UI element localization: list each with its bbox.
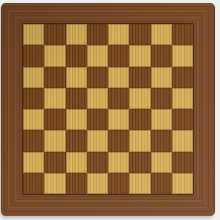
square-c7[interactable] — [66, 45, 87, 66]
square-f1[interactable] — [129, 173, 150, 194]
square-d6[interactable] — [87, 67, 108, 88]
square-a1[interactable] — [23, 173, 44, 194]
chess-board — [1, 3, 215, 216]
square-e4[interactable] — [108, 109, 129, 130]
square-c2[interactable] — [66, 152, 87, 173]
square-c6[interactable] — [66, 67, 87, 88]
square-h7[interactable] — [172, 45, 193, 66]
square-g3[interactable] — [151, 130, 172, 151]
square-d2[interactable] — [87, 152, 108, 173]
square-c4[interactable] — [66, 109, 87, 130]
square-d3[interactable] — [87, 130, 108, 151]
square-h1[interactable] — [172, 173, 193, 194]
square-e3[interactable] — [108, 130, 129, 151]
square-e8[interactable] — [108, 24, 129, 45]
board-grid — [23, 24, 193, 194]
square-f7[interactable] — [129, 45, 150, 66]
square-b7[interactable] — [44, 45, 65, 66]
square-g4[interactable] — [151, 109, 172, 130]
square-d5[interactable] — [87, 88, 108, 109]
square-g2[interactable] — [151, 152, 172, 173]
square-c8[interactable] — [66, 24, 87, 45]
square-d4[interactable] — [87, 109, 108, 130]
square-c1[interactable] — [66, 173, 87, 194]
square-e5[interactable] — [108, 88, 129, 109]
square-d8[interactable] — [87, 24, 108, 45]
square-g1[interactable] — [151, 173, 172, 194]
square-a4[interactable] — [23, 109, 44, 130]
square-b6[interactable] — [44, 67, 65, 88]
square-f5[interactable] — [129, 88, 150, 109]
square-a6[interactable] — [23, 67, 44, 88]
square-g5[interactable] — [151, 88, 172, 109]
board-frame-bottom — [1, 193, 215, 216]
square-d7[interactable] — [87, 45, 108, 66]
board-frame-top — [1, 3, 215, 24]
square-b5[interactable] — [44, 88, 65, 109]
square-g6[interactable] — [151, 67, 172, 88]
square-b8[interactable] — [44, 24, 65, 45]
square-e7[interactable] — [108, 45, 129, 66]
square-b1[interactable] — [44, 173, 65, 194]
square-a8[interactable] — [23, 24, 44, 45]
square-d1[interactable] — [87, 173, 108, 194]
square-b4[interactable] — [44, 109, 65, 130]
square-f3[interactable] — [129, 130, 150, 151]
square-c5[interactable] — [66, 88, 87, 109]
square-g8[interactable] — [151, 24, 172, 45]
square-b2[interactable] — [44, 152, 65, 173]
square-h6[interactable] — [172, 67, 193, 88]
square-c3[interactable] — [66, 130, 87, 151]
photo-background — [0, 0, 220, 220]
square-e6[interactable] — [108, 67, 129, 88]
square-h5[interactable] — [172, 88, 193, 109]
square-b3[interactable] — [44, 130, 65, 151]
square-f6[interactable] — [129, 67, 150, 88]
square-f8[interactable] — [129, 24, 150, 45]
square-h8[interactable] — [172, 24, 193, 45]
square-f4[interactable] — [129, 109, 150, 130]
square-a2[interactable] — [23, 152, 44, 173]
square-a5[interactable] — [23, 88, 44, 109]
square-a3[interactable] — [23, 130, 44, 151]
square-e2[interactable] — [108, 152, 129, 173]
square-h2[interactable] — [172, 152, 193, 173]
square-e1[interactable] — [108, 173, 129, 194]
square-h3[interactable] — [172, 130, 193, 151]
square-h4[interactable] — [172, 109, 193, 130]
square-a7[interactable] — [23, 45, 44, 66]
square-f2[interactable] — [129, 152, 150, 173]
square-g7[interactable] — [151, 45, 172, 66]
